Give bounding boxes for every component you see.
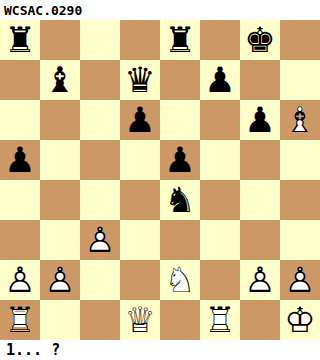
piece-white-pawn: ♟♙ [240,260,280,300]
white-piece-fill: ♟ [284,263,315,298]
square-h3[interactable] [280,220,320,260]
square-f6[interactable] [200,100,240,140]
piece-black-pawn: ♟ [120,100,160,140]
white-piece-fill: ♞ [164,263,195,298]
white-piece-fill: ♚ [284,303,315,338]
piece-black-pawn: ♟ [240,100,280,140]
square-b4[interactable] [40,180,80,220]
square-b5[interactable] [40,140,80,180]
white-piece-outline: ♕ [124,303,155,338]
square-g3[interactable] [240,220,280,260]
square-d1[interactable]: ♛♕ [120,300,160,340]
piece-black-rook: ♜ [0,20,40,60]
white-piece-fill: ♟ [4,263,35,298]
white-piece-fill: ♛ [124,303,155,338]
white-piece-outline: ♙ [244,263,275,298]
square-c1[interactable] [80,300,120,340]
black-piece-glyph: ♟ [164,143,195,178]
white-piece-outline: ♙ [284,263,315,298]
piece-white-rook: ♜♖ [0,300,40,340]
black-piece-glyph: ♜ [4,23,35,58]
square-e2[interactable]: ♞♘ [160,260,200,300]
piece-black-king: ♚ [240,20,280,60]
status-bar: 1... ? [0,340,320,360]
square-f1[interactable]: ♜♖ [200,300,240,340]
chess-board: ♜♜♚♝♛♟♟♟♝♗♟♟♞♟♙♟♙♟♙♞♘♟♙♟♙♜♖♛♕♜♖♚♔ [0,20,320,340]
square-d8[interactable] [120,20,160,60]
square-g1[interactable] [240,300,280,340]
white-piece-outline: ♙ [84,223,115,258]
square-a4[interactable] [0,180,40,220]
square-c7[interactable] [80,60,120,100]
white-piece-outline: ♖ [204,303,235,338]
piece-white-king: ♚♔ [280,300,320,340]
white-piece-fill: ♜ [4,303,35,338]
white-piece-outline: ♙ [4,263,35,298]
square-g7[interactable] [240,60,280,100]
puzzle-title: WCSAC.0290 [4,3,82,18]
black-piece-glyph: ♚ [244,23,275,58]
square-b3[interactable] [40,220,80,260]
square-b2[interactable]: ♟♙ [40,260,80,300]
piece-white-queen: ♛♕ [120,300,160,340]
square-a3[interactable] [0,220,40,260]
square-h8[interactable] [280,20,320,60]
square-d6[interactable]: ♟ [120,100,160,140]
square-a5[interactable]: ♟ [0,140,40,180]
white-piece-fill: ♟ [84,223,115,258]
square-e8[interactable]: ♜ [160,20,200,60]
piece-white-pawn: ♟♙ [280,260,320,300]
piece-black-queen: ♛ [120,60,160,100]
piece-black-bishop: ♝ [40,60,80,100]
black-piece-glyph: ♞ [164,183,195,218]
square-b6[interactable] [40,100,80,140]
piece-black-rook: ♜ [160,20,200,60]
white-piece-outline: ♗ [284,103,315,138]
square-d7[interactable]: ♛ [120,60,160,100]
square-f5[interactable] [200,140,240,180]
white-piece-outline: ♔ [284,303,315,338]
piece-white-pawn: ♟♙ [40,260,80,300]
square-e7[interactable] [160,60,200,100]
piece-black-pawn: ♟ [0,140,40,180]
square-a6[interactable] [0,100,40,140]
square-a8[interactable]: ♜ [0,20,40,60]
square-d2[interactable] [120,260,160,300]
black-piece-glyph: ♟ [204,63,235,98]
piece-white-pawn: ♟♙ [80,220,120,260]
square-e6[interactable] [160,100,200,140]
white-piece-fill: ♜ [204,303,235,338]
square-c3[interactable]: ♟♙ [80,220,120,260]
white-piece-fill: ♟ [44,263,75,298]
square-e5[interactable]: ♟ [160,140,200,180]
square-f2[interactable] [200,260,240,300]
square-g6[interactable]: ♟ [240,100,280,140]
black-piece-glyph: ♝ [44,63,75,98]
square-g2[interactable]: ♟♙ [240,260,280,300]
white-piece-outline: ♖ [4,303,35,338]
square-e1[interactable] [160,300,200,340]
square-f8[interactable] [200,20,240,60]
piece-white-pawn: ♟♙ [0,260,40,300]
square-g8[interactable]: ♚ [240,20,280,60]
square-e4[interactable]: ♞ [160,180,200,220]
square-f3[interactable] [200,220,240,260]
piece-black-knight: ♞ [160,180,200,220]
white-piece-fill: ♝ [284,103,315,138]
square-c6[interactable] [80,100,120,140]
black-piece-glyph: ♟ [244,103,275,138]
square-d4[interactable] [120,180,160,220]
square-h1[interactable]: ♚♔ [280,300,320,340]
chess-app-window: WCSAC.0290 ♜♜♚♝♛♟♟♟♝♗♟♟♞♟♙♟♙♟♙♞♘♟♙♟♙♜♖♛♕… [0,0,320,360]
piece-white-rook: ♜♖ [200,300,240,340]
square-b7[interactable]: ♝ [40,60,80,100]
square-b8[interactable] [40,20,80,60]
black-piece-glyph: ♛ [124,63,155,98]
square-a7[interactable] [0,60,40,100]
move-prompt: 1... ? [6,341,60,359]
piece-black-pawn: ♟ [200,60,240,100]
square-a1[interactable]: ♜♖ [0,300,40,340]
piece-white-knight: ♞♘ [160,260,200,300]
white-piece-outline: ♙ [44,263,75,298]
square-d5[interactable] [120,140,160,180]
square-c2[interactable] [80,260,120,300]
piece-white-bishop: ♝♗ [280,100,320,140]
square-h5[interactable] [280,140,320,180]
square-b1[interactable] [40,300,80,340]
square-g4[interactable] [240,180,280,220]
square-h4[interactable] [280,180,320,220]
piece-black-pawn: ♟ [160,140,200,180]
black-piece-glyph: ♜ [164,23,195,58]
title-bar: WCSAC.0290 [0,0,320,20]
square-g5[interactable] [240,140,280,180]
square-h6[interactable]: ♝♗ [280,100,320,140]
square-d3[interactable] [120,220,160,260]
black-piece-glyph: ♟ [124,103,155,138]
square-c4[interactable] [80,180,120,220]
white-piece-outline: ♘ [164,263,195,298]
square-c8[interactable] [80,20,120,60]
square-c5[interactable] [80,140,120,180]
square-f7[interactable]: ♟ [200,60,240,100]
square-h7[interactable] [280,60,320,100]
black-piece-glyph: ♟ [4,143,35,178]
square-e3[interactable] [160,220,200,260]
square-f4[interactable] [200,180,240,220]
square-h2[interactable]: ♟♙ [280,260,320,300]
square-a2[interactable]: ♟♙ [0,260,40,300]
white-piece-fill: ♟ [244,263,275,298]
